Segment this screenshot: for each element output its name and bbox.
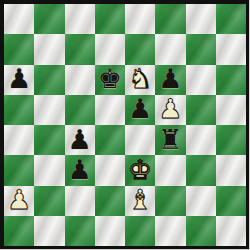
square-e6[interactable]: ♞ [125,65,155,95]
white-knight[interactable]: ♞ [128,65,152,92]
square-c3[interactable]: ♟ [65,155,95,185]
square-g6[interactable] [186,65,216,95]
square-c2[interactable] [65,186,95,216]
square-a3[interactable] [4,155,34,185]
black-rook[interactable]: ♜ [158,126,182,153]
square-f3[interactable] [155,155,185,185]
square-d6[interactable]: ♚ [95,65,125,95]
square-f8[interactable] [155,4,185,34]
square-e8[interactable] [125,4,155,34]
white-bishop[interactable]: ♝ [128,186,152,213]
square-h4[interactable] [216,125,246,155]
square-g5[interactable] [186,95,216,125]
square-h7[interactable] [216,34,246,64]
square-g3[interactable] [186,155,216,185]
square-b4[interactable] [34,125,64,155]
black-pawn[interactable]: ♟ [68,156,92,183]
white-king[interactable]: ♚ [128,156,152,183]
square-a6[interactable]: ♟ [4,65,34,95]
square-a2[interactable]: ♟ [4,186,34,216]
square-a8[interactable] [4,4,34,34]
square-e2[interactable]: ♝ [125,186,155,216]
square-a4[interactable] [4,125,34,155]
square-f7[interactable] [155,34,185,64]
white-pawn[interactable]: ♟ [158,95,182,122]
square-e5[interactable]: ♟ [125,95,155,125]
square-f5[interactable]: ♟ [155,95,185,125]
square-d8[interactable] [95,4,125,34]
square-d1[interactable] [95,216,125,246]
square-b1[interactable] [34,216,64,246]
square-g1[interactable] [186,216,216,246]
square-e1[interactable] [125,216,155,246]
square-h5[interactable] [216,95,246,125]
square-c7[interactable] [65,34,95,64]
square-c8[interactable] [65,4,95,34]
chess-board: ♟♚♞♟♟♟♟♜♟♚♟♝ [4,4,246,246]
square-b5[interactable] [34,95,64,125]
square-h8[interactable] [216,4,246,34]
square-c4[interactable]: ♟ [65,125,95,155]
square-h6[interactable] [216,65,246,95]
square-b6[interactable] [34,65,64,95]
black-pawn[interactable]: ♟ [158,65,182,92]
white-pawn[interactable]: ♟ [7,186,31,213]
square-b8[interactable] [34,4,64,34]
black-pawn[interactable]: ♟ [7,65,31,92]
square-e7[interactable] [125,34,155,64]
square-d7[interactable] [95,34,125,64]
square-d3[interactable] [95,155,125,185]
square-d5[interactable] [95,95,125,125]
square-g4[interactable] [186,125,216,155]
board-frame: ♟♚♞♟♟♟♟♜♟♚♟♝ [0,0,250,250]
square-a5[interactable] [4,95,34,125]
square-f1[interactable] [155,216,185,246]
square-d2[interactable] [95,186,125,216]
square-g8[interactable] [186,4,216,34]
square-h3[interactable] [216,155,246,185]
square-d4[interactable] [95,125,125,155]
square-h1[interactable] [216,216,246,246]
black-king[interactable]: ♚ [98,65,122,92]
square-f2[interactable] [155,186,185,216]
square-f6[interactable]: ♟ [155,65,185,95]
square-a7[interactable] [4,34,34,64]
square-f4[interactable]: ♜ [155,125,185,155]
square-a1[interactable] [4,216,34,246]
black-pawn[interactable]: ♟ [128,95,152,122]
square-c6[interactable] [65,65,95,95]
square-b2[interactable] [34,186,64,216]
square-g2[interactable] [186,186,216,216]
square-c5[interactable] [65,95,95,125]
square-h2[interactable] [216,186,246,216]
square-g7[interactable] [186,34,216,64]
square-c1[interactable] [65,216,95,246]
square-e3[interactable]: ♚ [125,155,155,185]
black-pawn[interactable]: ♟ [68,126,92,153]
square-e4[interactable] [125,125,155,155]
square-b7[interactable] [34,34,64,64]
square-b3[interactable] [34,155,64,185]
